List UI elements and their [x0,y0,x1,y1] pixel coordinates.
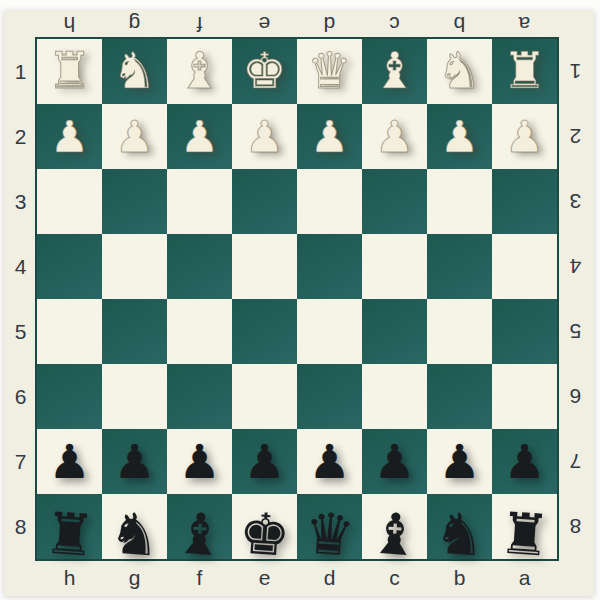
rank-label-right-5: 5 [557,321,594,342]
file-label-top-d: d [297,14,362,35]
rank-label-left-4: 4 [4,256,37,277]
square-f6 [167,364,232,429]
square-f3 [167,169,232,234]
square-a8: ♜ [492,494,557,559]
square-e3 [232,169,297,234]
square-g3 [102,169,167,234]
white-rook: ♜ [492,38,557,103]
rank-label-right-1: 1 [557,61,594,82]
black-pawn: ♟ [492,429,557,494]
square-e1: ♚ [232,39,297,104]
black-pawn: ♟ [37,429,102,494]
chess-board: ♜♞♝♚♛♝♞♜♟♟♟♟♟♟♟♟♟♟♟♟♟♟♟♟♜♞♝♚♛♝♞♜ [37,39,557,559]
white-pawn: ♟ [492,104,557,169]
file-label-top-h: h [37,14,102,35]
rank-label-left-8: 8 [4,516,37,537]
rank-label-left-7: 7 [4,451,37,472]
file-label-top-b: b [427,14,492,35]
square-a5 [492,299,557,364]
white-knight: ♞ [102,38,167,103]
white-pawn: ♟ [362,104,427,169]
board-frame: hgfedcba 12345678 ♜♞♝♚♛♝♞♜♟♟♟♟♟♟♟♟♟♟♟♟♟♟… [4,10,594,596]
rank-label-right-6: 6 [557,386,594,407]
square-g8: ♞ [102,494,167,559]
vinyl-chess-mat: hgfedcba 12345678 ♜♞♝♚♛♝♞♜♟♟♟♟♟♟♟♟♟♟♟♟♟♟… [4,10,594,596]
square-b4 [427,234,492,299]
square-b1: ♞ [427,39,492,104]
white-king: ♚ [232,38,297,103]
file-label-bottom-f: f [167,567,232,588]
square-d1: ♛ [297,39,362,104]
file-label-bottom-a: a [492,567,557,588]
black-queen: ♛ [295,500,364,569]
file-label-bottom-c: c [362,567,427,588]
square-h5 [37,299,102,364]
file-labels-top: hgfedcba [37,10,557,39]
rank-label-right-8: 8 [557,516,594,537]
file-label-bottom-e: e [232,567,297,588]
product-photo-background: { "game": "chess", "position": { "fen": … [0,0,600,600]
file-labels-bottom: hgfedcba [37,559,557,596]
file-label-top-e: e [232,14,297,35]
file-label-top-c: c [362,14,427,35]
square-b7: ♟ [427,429,492,494]
square-e8: ♚ [232,494,297,559]
white-pawn: ♟ [232,104,297,169]
square-f4 [167,234,232,299]
square-b2: ♟ [427,104,492,169]
square-e5 [232,299,297,364]
square-f2: ♟ [167,104,232,169]
black-bishop: ♝ [165,500,234,569]
black-pawn: ♟ [427,429,492,494]
rank-labels-left: 12345678 [4,39,37,559]
square-h3 [37,169,102,234]
white-bishop: ♝ [362,38,427,103]
rank-labels-right: 12345678 [557,39,594,559]
square-a3 [492,169,557,234]
file-label-bottom-h: h [37,567,102,588]
white-queen: ♛ [297,38,362,103]
square-d2: ♟ [297,104,362,169]
file-label-bottom-d: d [297,567,362,588]
white-rook: ♜ [37,38,102,103]
square-h2: ♟ [37,104,102,169]
rank-label-right-4: 4 [557,256,594,277]
square-d3 [297,169,362,234]
square-a4 [492,234,557,299]
black-bishop: ♝ [360,500,429,569]
black-pawn: ♟ [167,429,232,494]
black-pawn: ♟ [362,429,427,494]
square-c5 [362,299,427,364]
square-d5 [297,299,362,364]
square-c2: ♟ [362,104,427,169]
black-knight: ♞ [100,500,169,569]
white-pawn: ♟ [37,104,102,169]
white-pawn: ♟ [167,104,232,169]
rank-label-right-7: 7 [557,451,594,472]
square-f8: ♝ [167,494,232,559]
square-c1: ♝ [362,39,427,104]
square-g7: ♟ [102,429,167,494]
square-a6 [492,364,557,429]
square-d7: ♟ [297,429,362,494]
square-a7: ♟ [492,429,557,494]
square-d4 [297,234,362,299]
square-b6 [427,364,492,429]
square-e7: ♟ [232,429,297,494]
square-g2: ♟ [102,104,167,169]
square-h8: ♜ [37,494,102,559]
square-g4 [102,234,167,299]
black-rook: ♜ [490,500,559,569]
black-knight: ♞ [425,500,494,569]
file-label-bottom-g: g [102,567,167,588]
rank-label-left-6: 6 [4,386,37,407]
square-c4 [362,234,427,299]
square-e4 [232,234,297,299]
rank-label-right-2: 2 [557,126,594,147]
white-pawn: ♟ [297,104,362,169]
square-c7: ♟ [362,429,427,494]
file-label-top-a: a [492,14,557,35]
file-label-top-g: g [102,14,167,35]
rank-label-left-3: 3 [4,191,37,212]
black-pawn: ♟ [232,429,297,494]
square-b5 [427,299,492,364]
black-pawn: ♟ [102,429,167,494]
rank-label-left-2: 2 [4,126,37,147]
square-g6 [102,364,167,429]
square-h4 [37,234,102,299]
black-pawn: ♟ [297,429,362,494]
square-h7: ♟ [37,429,102,494]
square-c3 [362,169,427,234]
rank-label-right-3: 3 [557,191,594,212]
square-f1: ♝ [167,39,232,104]
square-a2: ♟ [492,104,557,169]
white-bishop: ♝ [167,38,232,103]
square-a1: ♜ [492,39,557,104]
square-b8: ♞ [427,494,492,559]
square-h6 [37,364,102,429]
square-d8: ♛ [297,494,362,559]
rank-label-left-5: 5 [4,321,37,342]
rank-label-left-1: 1 [4,61,37,82]
black-rook: ♜ [35,500,104,569]
square-e6 [232,364,297,429]
square-b3 [427,169,492,234]
black-king: ♚ [230,500,299,569]
file-label-top-f: f [167,14,232,35]
white-knight: ♞ [427,38,492,103]
square-c6 [362,364,427,429]
file-label-bottom-b: b [427,567,492,588]
square-e2: ♟ [232,104,297,169]
square-g1: ♞ [102,39,167,104]
square-g5 [102,299,167,364]
square-f7: ♟ [167,429,232,494]
square-d6 [297,364,362,429]
white-pawn: ♟ [427,104,492,169]
white-pawn: ♟ [102,104,167,169]
square-f5 [167,299,232,364]
square-h1: ♜ [37,39,102,104]
square-c8: ♝ [362,494,427,559]
